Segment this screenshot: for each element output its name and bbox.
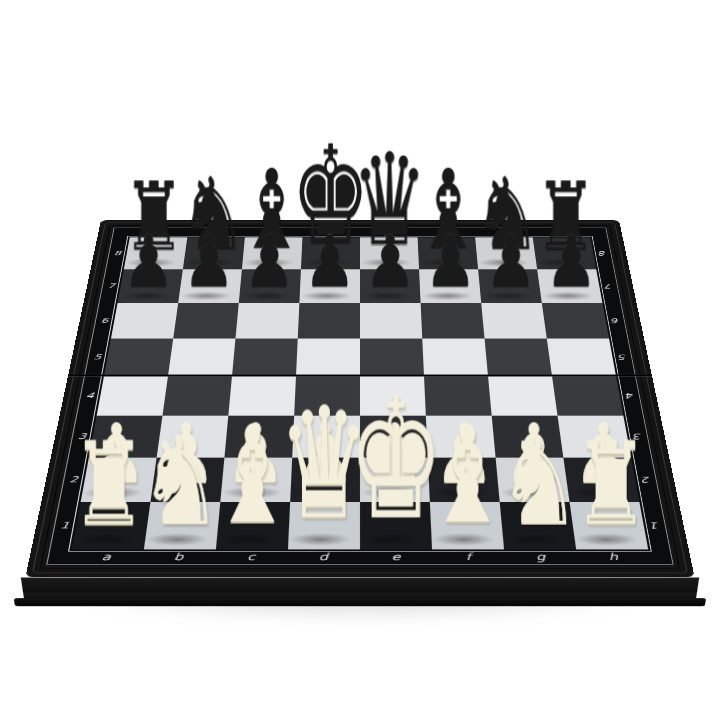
chess-board: aabbccddeeffgghh8765432187654321♜♞♝♚♛♝♞♜…: [25, 220, 694, 577]
square-d6[interactable]: [298, 303, 360, 338]
square-g7[interactable]: [478, 269, 542, 303]
square-e6[interactable]: [360, 303, 422, 338]
square-d7[interactable]: [299, 269, 360, 303]
square-e8[interactable]: [360, 237, 419, 269]
square-d8[interactable]: [301, 237, 360, 269]
piece-white-knight-g1[interactable]: ♞: [497, 420, 581, 542]
square-h7[interactable]: [537, 269, 602, 303]
square-h6[interactable]: [542, 303, 609, 338]
square-g6[interactable]: [481, 303, 547, 338]
square-a6[interactable]: [111, 303, 178, 338]
square-c6[interactable]: [235, 303, 299, 338]
square-c7[interactable]: [239, 269, 301, 303]
square-a5[interactable]: [104, 339, 173, 376]
piece-white-rook-a1[interactable]: ♜: [71, 427, 147, 542]
piece-white-rook-h1[interactable]: ♜: [573, 427, 649, 542]
square-h5[interactable]: [547, 339, 616, 376]
square-a8[interactable]: [124, 237, 188, 269]
square-c5[interactable]: [232, 339, 298, 376]
square-c8[interactable]: [242, 237, 303, 269]
square-h8[interactable]: [533, 237, 597, 269]
scene: aabbccddeeffgghh8765432187654321♜♞♝♚♛♝♞♜…: [0, 0, 720, 720]
square-a7[interactable]: [118, 269, 183, 303]
square-b8[interactable]: [183, 237, 245, 269]
square-f7[interactable]: [419, 269, 481, 303]
square-b7[interactable]: [178, 269, 242, 303]
square-g8[interactable]: [475, 237, 537, 269]
board-front-edge: [21, 577, 699, 605]
square-b6[interactable]: [173, 303, 239, 338]
square-g5[interactable]: [485, 339, 552, 376]
square-b5[interactable]: [168, 339, 235, 376]
square-f6[interactable]: [421, 303, 485, 338]
square-e7[interactable]: [360, 269, 421, 303]
square-f8[interactable]: [418, 237, 479, 269]
